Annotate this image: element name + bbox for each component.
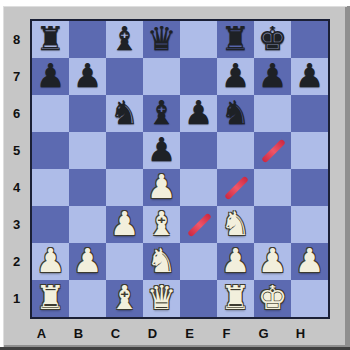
piece-white-queen[interactable]: ♛ [143, 280, 180, 317]
square-e5[interactable] [180, 132, 217, 169]
red-slash-annotation-f4 [224, 175, 249, 200]
rank-label-3: 3 [5, 206, 28, 243]
square-g2[interactable]: ♟ [254, 243, 291, 280]
square-b3[interactable] [69, 206, 106, 243]
piece-white-pawn[interactable]: ♟ [106, 206, 143, 243]
rank-label-8: 8 [5, 21, 28, 58]
red-slash-annotation-g5 [261, 138, 286, 163]
square-g6[interactable] [254, 95, 291, 132]
piece-white-pawn[interactable]: ♟ [32, 243, 69, 280]
file-label-a: A [23, 322, 60, 344]
piece-white-bishop[interactable]: ♝ [143, 206, 180, 243]
rank-label-5: 5 [5, 132, 28, 169]
rank-label-7: 7 [5, 58, 28, 95]
rank-label-1: 1 [5, 280, 28, 317]
square-a2[interactable]: ♟ [32, 243, 69, 280]
piece-white-pawn[interactable]: ♟ [254, 243, 291, 280]
piece-white-pawn[interactable]: ♟ [143, 169, 180, 206]
square-c1[interactable]: ♝ [106, 280, 143, 317]
square-e4[interactable] [180, 169, 217, 206]
square-e3[interactable] [180, 206, 217, 243]
square-b2[interactable]: ♟ [69, 243, 106, 280]
piece-white-pawn[interactable]: ♟ [291, 243, 328, 280]
square-d1[interactable]: ♛ [143, 280, 180, 317]
square-c4[interactable] [106, 169, 143, 206]
piece-white-bishop[interactable]: ♝ [106, 280, 143, 317]
piece-white-knight[interactable]: ♞ [217, 206, 254, 243]
piece-white-rook[interactable]: ♜ [217, 280, 254, 317]
square-a3[interactable] [32, 206, 69, 243]
square-f4[interactable] [217, 169, 254, 206]
square-c8[interactable]: ♝ [106, 21, 143, 58]
rank-label-4: 4 [5, 169, 28, 206]
square-f2[interactable]: ♟ [217, 243, 254, 280]
square-a6[interactable] [32, 95, 69, 132]
file-label-b: B [60, 322, 97, 344]
square-g4[interactable] [254, 169, 291, 206]
square-a7[interactable]: ♟ [32, 58, 69, 95]
square-h2[interactable]: ♟ [291, 243, 328, 280]
square-h5[interactable] [291, 132, 328, 169]
piece-white-knight[interactable]: ♞ [143, 243, 180, 280]
piece-white-pawn[interactable]: ♟ [69, 243, 106, 280]
file-label-f: F [208, 322, 245, 344]
piece-black-knight[interactable]: ♞ [106, 95, 143, 132]
file-label-c: C [97, 322, 134, 344]
square-d2[interactable]: ♞ [143, 243, 180, 280]
piece-black-pawn[interactable]: ♟ [217, 58, 254, 95]
square-d7[interactable] [143, 58, 180, 95]
square-a4[interactable] [32, 169, 69, 206]
piece-white-king[interactable]: ♚ [254, 280, 291, 317]
square-b8[interactable] [69, 21, 106, 58]
rank-label-2: 2 [5, 243, 28, 280]
square-a5[interactable] [32, 132, 69, 169]
square-g7[interactable]: ♟ [254, 58, 291, 95]
square-b7[interactable]: ♟ [69, 58, 106, 95]
square-h7[interactable]: ♟ [291, 58, 328, 95]
square-c2[interactable] [106, 243, 143, 280]
square-b4[interactable] [69, 169, 106, 206]
red-slash-annotation-e3 [187, 212, 212, 237]
square-e2[interactable] [180, 243, 217, 280]
square-a1[interactable]: ♜ [32, 280, 69, 317]
piece-black-queen[interactable]: ♛ [143, 21, 180, 58]
chess-board[interactable]: ♜♝♛♜♚♟♟♟♟♟♞♝♟♞♟♟♟♝♞♟♟♞♟♟♟♜♝♛♜♚ [30, 19, 330, 319]
square-g1[interactable]: ♚ [254, 280, 291, 317]
piece-black-pawn[interactable]: ♟ [291, 58, 328, 95]
square-b5[interactable] [69, 132, 106, 169]
square-g5[interactable] [254, 132, 291, 169]
piece-black-pawn[interactable]: ♟ [69, 58, 106, 95]
piece-black-king[interactable]: ♚ [254, 21, 291, 58]
file-label-g: G [245, 322, 282, 344]
square-e8[interactable] [180, 21, 217, 58]
piece-black-rook[interactable]: ♜ [217, 21, 254, 58]
piece-black-bishop[interactable]: ♝ [106, 21, 143, 58]
square-d8[interactable]: ♛ [143, 21, 180, 58]
rank-label-6: 6 [5, 95, 28, 132]
square-h3[interactable] [291, 206, 328, 243]
square-c5[interactable] [106, 132, 143, 169]
square-h6[interactable] [291, 95, 328, 132]
piece-black-bishop[interactable]: ♝ [143, 95, 180, 132]
piece-white-rook[interactable]: ♜ [32, 280, 69, 317]
square-e1[interactable] [180, 280, 217, 317]
square-b6[interactable] [69, 95, 106, 132]
piece-black-pawn[interactable]: ♟ [143, 132, 180, 169]
square-f8[interactable]: ♜ [217, 21, 254, 58]
piece-white-pawn[interactable]: ♟ [217, 243, 254, 280]
piece-black-pawn[interactable]: ♟ [180, 95, 217, 132]
rank-labels: 87654321 [5, 21, 28, 317]
piece-black-knight[interactable]: ♞ [217, 95, 254, 132]
square-f5[interactable] [217, 132, 254, 169]
square-f3[interactable]: ♞ [217, 206, 254, 243]
square-d4[interactable]: ♟ [143, 169, 180, 206]
file-label-e: E [171, 322, 208, 344]
piece-black-pawn[interactable]: ♟ [32, 58, 69, 95]
square-d6[interactable]: ♝ [143, 95, 180, 132]
square-f7[interactable]: ♟ [217, 58, 254, 95]
file-labels: ABCDEFGH [23, 322, 319, 344]
square-h1[interactable] [291, 280, 328, 317]
file-label-d: D [134, 322, 171, 344]
piece-black-pawn[interactable]: ♟ [254, 58, 291, 95]
square-e6[interactable]: ♟ [180, 95, 217, 132]
square-h4[interactable] [291, 169, 328, 206]
file-label-h: H [282, 322, 319, 344]
square-a8[interactable]: ♜ [32, 21, 69, 58]
square-g3[interactable] [254, 206, 291, 243]
square-e7[interactable] [180, 58, 217, 95]
square-f6[interactable]: ♞ [217, 95, 254, 132]
chess-diagram: 87654321 ABCDEFGH ♜♝♛♜♚♟♟♟♟♟♞♝♟♞♟♟♟♝♞♟♟♞… [0, 0, 350, 350]
square-b1[interactable] [69, 280, 106, 317]
square-c7[interactable] [106, 58, 143, 95]
square-h8[interactable] [291, 21, 328, 58]
piece-black-rook[interactable]: ♜ [32, 21, 69, 58]
square-f1[interactable]: ♜ [217, 280, 254, 317]
square-d5[interactable]: ♟ [143, 132, 180, 169]
square-c6[interactable]: ♞ [106, 95, 143, 132]
square-g8[interactable]: ♚ [254, 21, 291, 58]
square-d3[interactable]: ♝ [143, 206, 180, 243]
square-c3[interactable]: ♟ [106, 206, 143, 243]
